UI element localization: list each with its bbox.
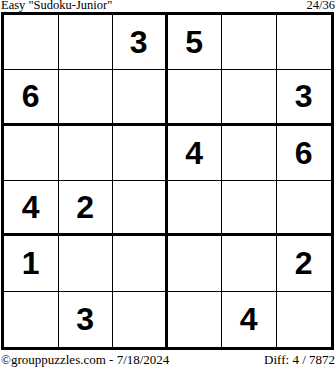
cell-r1c3[interactable]: 3 — [113, 15, 168, 70]
cell-r4c3[interactable] — [113, 181, 168, 236]
cell-r1c1[interactable] — [4, 15, 59, 70]
cell-r6c3[interactable] — [113, 292, 168, 347]
cell-r2c5[interactable] — [222, 70, 277, 125]
cell-r6c2[interactable]: 3 — [59, 292, 114, 347]
cell-r2c3[interactable] — [113, 70, 168, 125]
cell-r2c2[interactable] — [59, 70, 114, 125]
cell-r1c2[interactable] — [59, 15, 114, 70]
cell-r5c3[interactable] — [113, 236, 168, 291]
cell-r3c1[interactable] — [4, 126, 59, 181]
cell-r1c4[interactable]: 5 — [168, 15, 223, 70]
cell-r4c2[interactable]: 2 — [59, 181, 114, 236]
cell-r4c6[interactable] — [277, 181, 332, 236]
cell-r5c1[interactable]: 1 — [4, 236, 59, 291]
difficulty-text: Diff: 4 / 7872 — [264, 352, 335, 368]
cell-r2c4[interactable] — [168, 70, 223, 125]
sudoku-grid: 356346421234 — [1, 12, 334, 350]
cell-r6c5[interactable]: 4 — [222, 292, 277, 347]
copyright-text: ©grouppuzzles.com - 7/18/2024 — [1, 352, 169, 368]
cell-r3c3[interactable] — [113, 126, 168, 181]
cell-r2c6[interactable]: 3 — [277, 70, 332, 125]
cell-r1c5[interactable] — [222, 15, 277, 70]
cell-r6c1[interactable] — [4, 292, 59, 347]
cell-r5c4[interactable] — [168, 236, 223, 291]
footer: ©grouppuzzles.com - 7/18/2024 Diff: 4 / … — [1, 352, 335, 368]
cell-r3c2[interactable] — [59, 126, 114, 181]
cell-r6c4[interactable] — [168, 292, 223, 347]
cell-r3c4[interactable]: 4 — [168, 126, 223, 181]
cell-r4c5[interactable] — [222, 181, 277, 236]
cell-r3c5[interactable] — [222, 126, 277, 181]
cell-r5c2[interactable] — [59, 236, 114, 291]
cell-r4c4[interactable] — [168, 181, 223, 236]
cell-r5c5[interactable] — [222, 236, 277, 291]
cell-r2c1[interactable]: 6 — [4, 70, 59, 125]
cell-r4c1[interactable]: 4 — [4, 181, 59, 236]
cell-r3c6[interactable]: 6 — [277, 126, 332, 181]
cell-r1c6[interactable] — [277, 15, 332, 70]
cell-r6c6[interactable] — [277, 292, 332, 347]
cell-r5c6[interactable]: 2 — [277, 236, 332, 291]
